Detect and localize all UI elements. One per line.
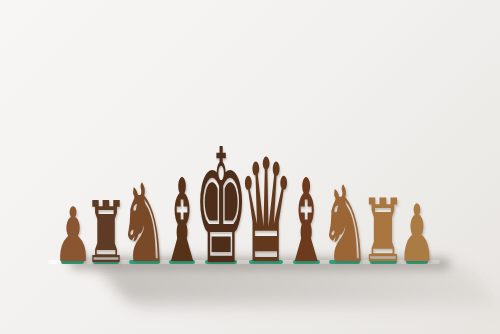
chess-piece-king: ♚ <box>200 143 243 262</box>
chess-piece-bishop: ♝ <box>289 176 324 262</box>
chess-piece-pawn: ♟ <box>402 203 432 262</box>
pawn-glyph: ♟ <box>398 195 435 274</box>
chess-piece-row: ♟♜♞♝♚♛♝♞♜♟ <box>57 143 432 262</box>
chess-piece-knight: ♞ <box>325 183 365 262</box>
chess-piece-queen: ♛ <box>243 155 288 262</box>
chess-piece-knight: ♞ <box>124 181 164 262</box>
chess-photo-scene: ♟♜♞♝♚♛♝♞♜♟ <box>0 0 500 334</box>
chess-piece-rook: ♜ <box>365 197 401 262</box>
